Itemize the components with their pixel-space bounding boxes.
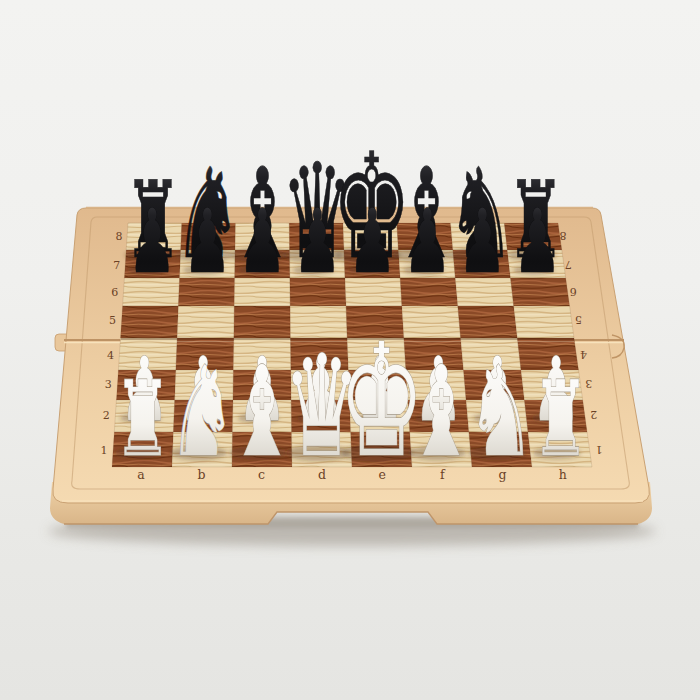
square-b5[interactable] <box>177 306 234 338</box>
piece-white-knight-g1[interactable]: ♞ <box>466 339 535 484</box>
rank-label-right-1: 1 <box>596 443 603 456</box>
rank-label-left-2: 2 <box>103 409 110 422</box>
rank-label-left-7: 7 <box>113 259 120 272</box>
piece-white-bishop-f1[interactable]: ♝ <box>407 339 476 484</box>
piece-black-pawn-b7[interactable]: ♟ <box>183 190 232 292</box>
square-g5[interactable] <box>458 306 518 338</box>
square-h5[interactable] <box>514 306 574 338</box>
board-svg: 8 7 6 5 4 3 2 1 8 7 6 5 4 3 2 1 a b c d … <box>0 0 700 700</box>
piece-black-pawn-c7[interactable]: ♟ <box>238 190 287 292</box>
rank-label-left-5: 5 <box>109 314 116 327</box>
chess-set-photo: 8 7 6 5 4 3 2 1 8 7 6 5 4 3 2 1 a b c d … <box>0 0 700 700</box>
piece-black-pawn-a7[interactable]: ♟ <box>128 190 177 292</box>
piece-black-pawn-g7[interactable]: ♟ <box>458 190 507 292</box>
piece-black-pawn-h7[interactable]: ♟ <box>513 190 562 292</box>
rank-label-right-6: 6 <box>570 285 577 298</box>
rank-label-left-4: 4 <box>107 349 114 362</box>
piece-white-rook-a1[interactable]: ♜ <box>114 358 171 478</box>
piece-white-rook-h1[interactable]: ♜ <box>532 358 589 478</box>
rank-label-right-2: 2 <box>590 408 597 421</box>
rank-label-left-3: 3 <box>105 378 112 391</box>
piece-black-pawn-d7[interactable]: ♟ <box>293 190 342 292</box>
square-a5[interactable] <box>121 306 179 338</box>
rank-label-right-5: 5 <box>575 313 582 326</box>
piece-black-pawn-e7[interactable]: ♟ <box>348 190 397 292</box>
rank-label-left-8: 8 <box>116 230 123 243</box>
piece-black-pawn-f7[interactable]: ♟ <box>403 190 452 292</box>
rank-label-right-7: 7 <box>565 258 572 271</box>
rank-label-left-1: 1 <box>101 444 108 457</box>
piece-white-knight-b1[interactable]: ♞ <box>168 339 237 484</box>
rank-label-left-6: 6 <box>111 286 118 299</box>
